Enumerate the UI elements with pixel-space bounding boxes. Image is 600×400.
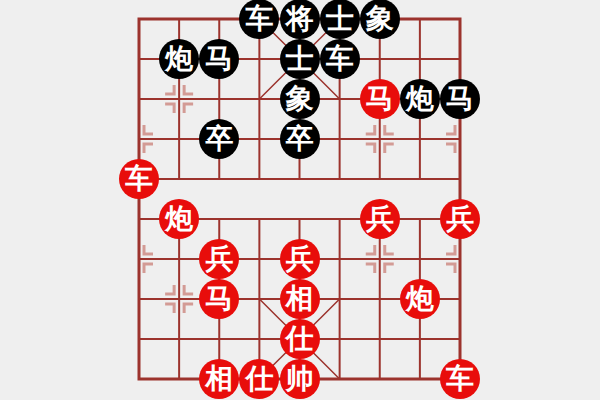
piece-black-cannon-2[interactable]: 炮 (400, 79, 440, 119)
piece-black-general[interactable]: 将 (280, 0, 320, 39)
piece-red-chariot-2[interactable]: 车 (440, 359, 480, 399)
piece-red-soldier-2[interactable]: 兵 (440, 199, 480, 239)
piece-red-chariot-1[interactable]: 车 (119, 159, 159, 199)
piece-red-horse-1[interactable]: 马 (360, 79, 400, 119)
piece-black-soldier-1[interactable]: 卒 (199, 119, 239, 159)
piece-red-advisor-1[interactable]: 仕 (280, 319, 320, 359)
piece-black-advisor-1[interactable]: 士 (320, 0, 360, 39)
piece-black-horse-2[interactable]: 马 (440, 79, 480, 119)
piece-red-general[interactable]: 帅 (280, 359, 320, 399)
piece-black-soldier-2[interactable]: 卒 (280, 119, 320, 159)
piece-red-cannon-2[interactable]: 炮 (400, 279, 440, 319)
piece-red-cannon-1[interactable]: 炮 (159, 199, 199, 239)
piece-black-elephant-1[interactable]: 象 (360, 0, 400, 39)
piece-red-soldier-4[interactable]: 兵 (280, 239, 320, 279)
piece-red-soldier-1[interactable]: 兵 (360, 199, 400, 239)
xiangqi-board: 车将士象炮马士车象马炮马卒卒车炮兵兵兵兵马相炮仕相仕帅车 (0, 0, 600, 400)
piece-black-advisor-2[interactable]: 士 (280, 39, 320, 79)
piece-red-elephant-2[interactable]: 相 (199, 359, 239, 399)
piece-red-soldier-3[interactable]: 兵 (199, 239, 239, 279)
piece-red-elephant-1[interactable]: 相 (280, 279, 320, 319)
piece-black-horse-1[interactable]: 马 (199, 39, 239, 79)
piece-black-chariot-2[interactable]: 车 (320, 39, 360, 79)
piece-black-cannon-1[interactable]: 炮 (159, 39, 199, 79)
piece-red-horse-2[interactable]: 马 (199, 279, 239, 319)
piece-black-elephant-2[interactable]: 象 (280, 79, 320, 119)
